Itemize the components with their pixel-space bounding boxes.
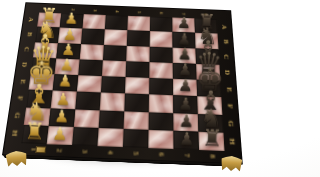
piece-gold-pawn-h2[interactable]: ♟ bbox=[52, 126, 68, 144]
square-d5[interactable] bbox=[126, 61, 150, 78]
photo-backdrop: 12345678A♜♟♟♜AB♞♟♟♞BC♝♟♟♝CD♛♟♟♛DE♚♟♟♚EF♝… bbox=[0, 0, 250, 177]
square-d3[interactable] bbox=[78, 59, 103, 76]
square-h8[interactable]: ♜ bbox=[198, 131, 224, 150]
square-f4[interactable] bbox=[100, 93, 125, 111]
square-c5[interactable] bbox=[126, 45, 150, 61]
square-b5[interactable] bbox=[127, 30, 150, 46]
square-c6[interactable] bbox=[149, 46, 172, 62]
file-label-left-H: H bbox=[5, 124, 24, 143]
square-e6[interactable] bbox=[149, 78, 173, 96]
rank-label-bottom-7: 7 bbox=[174, 149, 200, 162]
square-e5[interactable] bbox=[125, 77, 149, 95]
square-h4[interactable] bbox=[97, 128, 123, 147]
square-f6[interactable] bbox=[149, 95, 174, 113]
square-a3[interactable] bbox=[82, 14, 105, 29]
square-g4[interactable] bbox=[99, 110, 125, 129]
square-g6[interactable] bbox=[149, 112, 174, 131]
square-h6[interactable] bbox=[148, 130, 173, 149]
square-b6[interactable] bbox=[150, 31, 173, 47]
piece-dark-pawn-h7[interactable]: ♟ bbox=[179, 131, 195, 149]
rank-label-bottom-2: 2 bbox=[45, 144, 72, 157]
rank-label-bottom-3: 3 bbox=[71, 145, 97, 158]
square-h2[interactable]: ♟ bbox=[47, 126, 74, 145]
file-label-right-A: A bbox=[217, 19, 232, 34]
square-c4[interactable] bbox=[103, 45, 127, 61]
rank-label-bottom-5: 5 bbox=[122, 147, 148, 160]
square-h1[interactable]: ♜ bbox=[21, 125, 48, 144]
square-a4[interactable] bbox=[105, 15, 128, 30]
piece-dark-rook-h8[interactable]: ♜ bbox=[201, 126, 223, 150]
square-f3[interactable] bbox=[75, 92, 101, 110]
square-e4[interactable] bbox=[101, 76, 126, 94]
square-d6[interactable] bbox=[149, 62, 173, 79]
square-h5[interactable] bbox=[123, 129, 149, 148]
square-a5[interactable] bbox=[127, 16, 150, 31]
rank-label-bottom-8: 8 bbox=[199, 150, 225, 163]
square-h3[interactable] bbox=[72, 127, 99, 146]
square-h7[interactable]: ♟ bbox=[173, 131, 199, 150]
chess-board: 12345678A♜♟♟♜AB♞♟♟♞BC♝♟♟♝CD♛♟♟♛DE♚♟♟♚EF♝… bbox=[3, 3, 241, 163]
square-b4[interactable] bbox=[104, 30, 127, 46]
file-label-right-H: H bbox=[223, 132, 240, 151]
file-label-right-F: F bbox=[221, 97, 238, 115]
square-e3[interactable] bbox=[77, 75, 102, 93]
square-a6[interactable] bbox=[150, 17, 173, 32]
square-g3[interactable] bbox=[74, 109, 100, 128]
board-tilt-wrapper: 12345678A♜♟♟♜AB♞♟♟♞BC♝♟♟♝CD♛♟♟♛DE♚♟♟♚EF♝… bbox=[9, 3, 241, 177]
square-g5[interactable] bbox=[124, 111, 149, 130]
square-d4[interactable] bbox=[102, 60, 126, 77]
square-f5[interactable] bbox=[124, 94, 149, 112]
square-c3[interactable] bbox=[80, 44, 104, 60]
square-b3[interactable] bbox=[81, 29, 105, 45]
file-label-right-G: G bbox=[222, 115, 239, 133]
rank-label-bottom-4: 4 bbox=[97, 146, 123, 159]
piece-gold-rook-h1[interactable]: ♜ bbox=[24, 119, 46, 143]
rank-label-bottom-6: 6 bbox=[148, 148, 174, 161]
board-perspective: 12345678A♜♟♟♜AB♞♟♟♞BC♝♟♟♝CD♛♟♟♛DE♚♟♟♚EF♝… bbox=[3, 3, 241, 163]
